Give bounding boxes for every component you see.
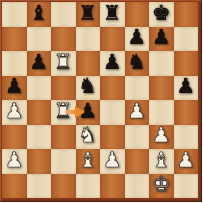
piece-black-knight: ♞ — [78, 76, 97, 97]
square-a3[interactable] — [2, 125, 27, 150]
piece-black-rook: ♜ — [78, 3, 97, 24]
square-f1[interactable] — [125, 174, 150, 199]
piece-black-pawn: ♟ — [127, 27, 146, 48]
square-d4[interactable]: ♟ — [76, 100, 101, 125]
square-b1[interactable] — [27, 174, 52, 199]
square-d2[interactable]: ♝ — [76, 149, 101, 174]
square-a2[interactable]: ♟ — [2, 149, 27, 174]
square-c5[interactable] — [51, 76, 76, 101]
piece-white-pawn: ♟ — [103, 150, 122, 171]
piece-white-rook: ♜ — [54, 101, 73, 122]
piece-black-rook: ♜ — [103, 3, 122, 24]
square-g8[interactable]: ♚ — [149, 2, 174, 27]
square-c7[interactable] — [51, 27, 76, 52]
square-e2[interactable]: ♟ — [100, 149, 125, 174]
square-e7[interactable] — [100, 27, 125, 52]
square-e5[interactable] — [100, 76, 125, 101]
square-f7[interactable]: ♟ — [125, 27, 150, 52]
piece-black-pawn: ♟ — [103, 52, 122, 73]
piece-black-knight: ♞ — [127, 52, 146, 73]
piece-white-pawn: ♟ — [152, 125, 171, 146]
square-c2[interactable] — [51, 149, 76, 174]
piece-white-bishop: ♝ — [152, 150, 171, 171]
square-b6[interactable]: ♟ — [27, 51, 52, 76]
square-b5[interactable] — [27, 76, 52, 101]
piece-black-pawn: ♟ — [5, 76, 24, 97]
square-h3[interactable] — [174, 125, 199, 150]
square-d5[interactable]: ♞ — [76, 76, 101, 101]
square-a5[interactable]: ♟ — [2, 76, 27, 101]
square-e1[interactable] — [100, 174, 125, 199]
piece-black-pawn: ♟ — [176, 76, 195, 97]
square-h4[interactable] — [174, 100, 199, 125]
piece-white-king: ♚ — [152, 174, 171, 195]
square-h6[interactable] — [174, 51, 199, 76]
square-d6[interactable] — [76, 51, 101, 76]
square-a7[interactable] — [2, 27, 27, 52]
square-f2[interactable] — [125, 149, 150, 174]
square-a4[interactable]: ♟ — [2, 100, 27, 125]
square-d8[interactable]: ♜ — [76, 2, 101, 27]
square-g6[interactable] — [149, 51, 174, 76]
square-g3[interactable]: ♟ — [149, 125, 174, 150]
square-b8[interactable]: ♝ — [27, 2, 52, 27]
square-f8[interactable] — [125, 2, 150, 27]
square-b2[interactable] — [27, 149, 52, 174]
square-h8[interactable] — [174, 2, 199, 27]
square-g7[interactable]: ♟ — [149, 27, 174, 52]
piece-white-pawn: ♟ — [5, 101, 24, 122]
square-c3[interactable] — [51, 125, 76, 150]
square-b3[interactable] — [27, 125, 52, 150]
square-c6[interactable]: ♜ — [51, 51, 76, 76]
square-c4[interactable]: ♜ — [51, 100, 76, 125]
square-f6[interactable]: ♞ — [125, 51, 150, 76]
piece-white-bishop: ♝ — [78, 150, 97, 171]
piece-black-pawn: ♟ — [78, 101, 97, 122]
piece-black-bishop: ♝ — [29, 3, 48, 24]
square-c1[interactable] — [51, 174, 76, 199]
square-f5[interactable] — [125, 76, 150, 101]
piece-white-pawn: ♟ — [176, 150, 195, 171]
square-a1[interactable] — [2, 174, 27, 199]
square-f4[interactable]: ♟ — [125, 100, 150, 125]
square-a8[interactable] — [2, 2, 27, 27]
square-b7[interactable] — [27, 27, 52, 52]
square-h2[interactable]: ♟ — [174, 149, 199, 174]
square-c8[interactable] — [51, 2, 76, 27]
square-e6[interactable]: ♟ — [100, 51, 125, 76]
square-b4[interactable] — [27, 100, 52, 125]
piece-black-pawn: ♟ — [29, 52, 48, 73]
square-g2[interactable]: ♝ — [149, 149, 174, 174]
square-h7[interactable] — [174, 27, 199, 52]
square-g4[interactable] — [149, 100, 174, 125]
square-d1[interactable] — [76, 174, 101, 199]
square-e8[interactable]: ♜ — [100, 2, 125, 27]
square-e4[interactable] — [100, 100, 125, 125]
square-d3[interactable]: ♞ — [76, 125, 101, 150]
piece-white-rook: ♜ — [54, 52, 73, 73]
square-a6[interactable] — [2, 51, 27, 76]
piece-white-knight: ♞ — [78, 125, 97, 146]
piece-black-king: ♚ — [152, 3, 171, 24]
square-f3[interactable] — [125, 125, 150, 150]
piece-black-pawn: ♟ — [152, 27, 171, 48]
square-h1[interactable] — [174, 174, 199, 199]
square-g1[interactable]: ♚ — [149, 174, 174, 199]
square-e3[interactable] — [100, 125, 125, 150]
square-d7[interactable] — [76, 27, 101, 52]
piece-white-pawn: ♟ — [127, 101, 146, 122]
square-g5[interactable] — [149, 76, 174, 101]
piece-white-pawn: ♟ — [5, 150, 24, 171]
square-h5[interactable]: ♟ — [174, 76, 199, 101]
chess-board: ♝♜♜♚♟♟♟♜♟♞♟♞♟♟♜♟♟♞♟♟♝♟♝♟♚ — [2, 2, 198, 198]
chessboard-screenshot: ♝♜♜♚♟♟♟♜♟♞♟♞♟♟♜♟♟♞♟♟♝♟♝♟♚ — [0, 0, 203, 203]
